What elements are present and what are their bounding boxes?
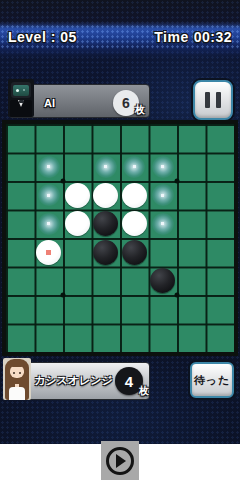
board-cell-e8[interactable] <box>120 324 149 353</box>
board-cell-a4[interactable] <box>6 210 35 239</box>
ai-disc-unit: 枚 <box>135 103 145 117</box>
board-cell-c7[interactable] <box>63 295 92 324</box>
board-cell-b3[interactable] <box>35 181 64 210</box>
board-cell-e5[interactable] <box>120 238 149 267</box>
player-avatar <box>3 358 31 400</box>
board-cell-c8[interactable] <box>63 324 92 353</box>
pause-button[interactable] <box>193 80 233 120</box>
board-cell-f6[interactable] <box>149 267 178 296</box>
board-cell-g3[interactable] <box>177 181 206 210</box>
board-cell-d6[interactable] <box>92 267 121 296</box>
board-cell-h8[interactable] <box>206 324 235 353</box>
board-cell-a3[interactable] <box>6 181 35 210</box>
board-cell-b7[interactable] <box>35 295 64 324</box>
board-cell-g6[interactable] <box>177 267 206 296</box>
board-cell-e1[interactable] <box>120 124 149 153</box>
legal-move-hint <box>38 184 60 206</box>
legal-move-hint <box>38 213 60 235</box>
board-cell-g5[interactable] <box>177 238 206 267</box>
black-disc <box>93 211 118 236</box>
board-cell-b2[interactable] <box>35 153 64 182</box>
girl-eye-icon <box>19 372 21 374</box>
board-cell-c3[interactable] <box>63 181 92 210</box>
pause-icon <box>205 92 221 108</box>
timer: Time 00:32 <box>154 29 232 45</box>
board-cell-e3[interactable] <box>120 181 149 210</box>
black-disc <box>150 268 175 293</box>
legal-move-hint <box>95 156 117 178</box>
board-cell-a1[interactable] <box>6 124 35 153</box>
board-cell-e6[interactable] <box>120 267 149 296</box>
board-cell-c6[interactable] <box>63 267 92 296</box>
board-cell-g7[interactable] <box>177 295 206 324</box>
white-disc <box>122 211 147 236</box>
ai-avatar <box>8 79 34 117</box>
board-cell-b6[interactable] <box>35 267 64 296</box>
legal-move-hint <box>152 156 174 178</box>
board-cell-h4[interactable] <box>206 210 235 239</box>
girl-shirt <box>9 387 25 400</box>
board-cell-d2[interactable] <box>92 153 121 182</box>
board-cell-c1[interactable] <box>63 124 92 153</box>
othello-board <box>2 120 238 356</box>
board-cell-a2[interactable] <box>6 153 35 182</box>
legal-move-hint <box>152 184 174 206</box>
legal-move-hint <box>38 156 60 178</box>
robot-eye-icon <box>23 89 25 91</box>
play-button[interactable] <box>101 441 139 480</box>
board-cell-c4[interactable] <box>63 210 92 239</box>
board-star-point <box>61 179 66 184</box>
board-cell-h3[interactable] <box>206 181 235 210</box>
player-disc-unit: 枚 <box>139 384 149 398</box>
white-disc <box>36 240 61 265</box>
undo-button[interactable]: 待った <box>190 362 234 398</box>
white-disc <box>65 183 90 208</box>
board-cell-b1[interactable] <box>35 124 64 153</box>
level-label: Level : 05 <box>8 29 77 45</box>
board-cell-d8[interactable] <box>92 324 121 353</box>
timer-value: 00:32 <box>194 29 232 45</box>
board-cell-d5[interactable] <box>92 238 121 267</box>
girl-bangs <box>9 362 25 367</box>
board-cell-f8[interactable] <box>149 324 178 353</box>
board-cell-g4[interactable] <box>177 210 206 239</box>
last-move-marker <box>46 250 51 255</box>
board-cell-f5[interactable] <box>149 238 178 267</box>
board-cell-e7[interactable] <box>120 295 149 324</box>
board-cell-c2[interactable] <box>63 153 92 182</box>
timer-label: Time <box>154 29 188 45</box>
board-cell-f1[interactable] <box>149 124 178 153</box>
board-cell-f2[interactable] <box>149 153 178 182</box>
board-cell-d4[interactable] <box>92 210 121 239</box>
board-cell-e4[interactable] <box>120 210 149 239</box>
board-cell-b4[interactable] <box>35 210 64 239</box>
board-cell-h6[interactable] <box>206 267 235 296</box>
play-icon <box>106 447 134 475</box>
robot-eye-icon <box>16 89 19 92</box>
board-cell-a5[interactable] <box>6 238 35 267</box>
board-cell-a7[interactable] <box>6 295 35 324</box>
girl-eye-icon <box>13 372 15 374</box>
board-cell-a8[interactable] <box>6 324 35 353</box>
board-cell-d7[interactable] <box>92 295 121 324</box>
board-cell-g8[interactable] <box>177 324 206 353</box>
white-disc <box>93 183 118 208</box>
board-cell-f7[interactable] <box>149 295 178 324</box>
player-name-label: カシスオレンジ <box>34 375 113 386</box>
board-cell-d3[interactable] <box>92 181 121 210</box>
board-cell-g2[interactable] <box>177 153 206 182</box>
black-disc <box>93 240 118 265</box>
board-cell-b8[interactable] <box>35 324 64 353</box>
board-cell-f4[interactable] <box>149 210 178 239</box>
legal-move-hint <box>152 213 174 235</box>
board-star-point <box>175 293 180 298</box>
board-cell-c5[interactable] <box>63 238 92 267</box>
board-star-point <box>175 179 180 184</box>
white-disc <box>65 211 90 236</box>
legal-move-hint <box>123 156 145 178</box>
board-cell-a6[interactable] <box>6 267 35 296</box>
board-cell-d1[interactable] <box>92 124 121 153</box>
board-cell-e2[interactable] <box>120 153 149 182</box>
game-screen: Level : 05 Time 00:32 AI 6 枚 カシスオレンジ 4 枚… <box>0 0 240 480</box>
board-cell-h5[interactable] <box>206 238 235 267</box>
ai-name-label: AI <box>44 98 55 109</box>
board-cell-b5[interactable] <box>35 238 64 267</box>
board-cell-h7[interactable] <box>206 295 235 324</box>
board-cell-f3[interactable] <box>149 181 178 210</box>
board-cell-h2[interactable] <box>206 153 235 182</box>
board-cell-g1[interactable] <box>177 124 206 153</box>
board-star-point <box>61 293 66 298</box>
black-disc <box>122 240 147 265</box>
white-disc <box>122 183 147 208</box>
robot-bowtie <box>19 100 24 103</box>
board-cell-h1[interactable] <box>206 124 235 153</box>
